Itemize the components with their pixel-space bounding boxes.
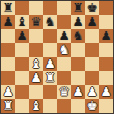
square-e6[interactable]: ♟ bbox=[57, 29, 71, 43]
black-queen[interactable]: ♛ bbox=[30, 15, 41, 29]
square-f1[interactable] bbox=[71, 99, 85, 113]
white-pawn[interactable]: ♟ bbox=[100, 85, 111, 99]
square-b3[interactable] bbox=[15, 71, 29, 85]
square-f3[interactable] bbox=[71, 71, 85, 85]
square-g8[interactable]: ♚ bbox=[85, 1, 99, 15]
square-d8[interactable] bbox=[43, 1, 57, 15]
square-c4[interactable]: ♝ bbox=[29, 57, 43, 71]
square-b5[interactable] bbox=[15, 43, 29, 57]
white-bishop[interactable]: ♝ bbox=[30, 57, 41, 71]
square-g3[interactable] bbox=[85, 71, 99, 85]
square-b6[interactable]: ♟ bbox=[15, 29, 29, 43]
square-h2[interactable]: ♟ bbox=[99, 85, 113, 99]
square-h4[interactable] bbox=[99, 57, 113, 71]
square-c2[interactable] bbox=[29, 85, 43, 99]
white-rook[interactable]: ♜ bbox=[2, 99, 13, 113]
square-h8[interactable] bbox=[99, 1, 113, 15]
black-rook[interactable]: ♜ bbox=[2, 1, 13, 15]
square-d4[interactable]: ♟ bbox=[43, 57, 57, 71]
square-h6[interactable]: ♟ bbox=[99, 29, 113, 43]
square-a1[interactable]: ♜ bbox=[1, 99, 15, 113]
square-d6[interactable] bbox=[43, 29, 57, 43]
square-f7[interactable]: ♟ bbox=[71, 15, 85, 29]
square-f6[interactable]: ♞ bbox=[71, 29, 85, 43]
white-rook[interactable]: ♜ bbox=[44, 71, 55, 85]
square-a8[interactable]: ♜ bbox=[1, 1, 15, 15]
square-g4[interactable] bbox=[85, 57, 99, 71]
black-bishop[interactable]: ♝ bbox=[16, 15, 27, 29]
square-g5[interactable] bbox=[85, 43, 99, 57]
black-pawn[interactable]: ♟ bbox=[2, 15, 13, 29]
square-e3[interactable] bbox=[57, 71, 71, 85]
square-b7[interactable]: ♝ bbox=[15, 15, 29, 29]
square-g1[interactable]: ♚ bbox=[85, 99, 99, 113]
square-h5[interactable] bbox=[99, 43, 113, 57]
white-pawn[interactable]: ♟ bbox=[44, 57, 55, 71]
white-pawn[interactable]: ♟ bbox=[2, 85, 13, 99]
square-d5[interactable] bbox=[43, 43, 57, 57]
square-c6[interactable] bbox=[29, 29, 43, 43]
square-h7[interactable] bbox=[99, 15, 113, 29]
chess-board: ♜♜♚♟♝♛♞♟♟♟♟♞♟♞♝♟♟♜♟♛♟♟♟♜♝♚ bbox=[0, 0, 114, 114]
white-queen[interactable]: ♛ bbox=[58, 85, 69, 99]
black-pawn[interactable]: ♟ bbox=[16, 29, 27, 43]
square-f8[interactable]: ♜ bbox=[71, 1, 85, 15]
square-c5[interactable] bbox=[29, 43, 43, 57]
black-pawn[interactable]: ♟ bbox=[72, 15, 83, 29]
square-d7[interactable]: ♞ bbox=[43, 15, 57, 29]
square-c3[interactable]: ♟ bbox=[29, 71, 43, 85]
black-pawn[interactable]: ♟ bbox=[100, 29, 111, 43]
square-g6[interactable] bbox=[85, 29, 99, 43]
white-bishop[interactable]: ♝ bbox=[30, 99, 41, 113]
square-b1[interactable] bbox=[15, 99, 29, 113]
white-pawn[interactable]: ♟ bbox=[72, 85, 83, 99]
square-d1[interactable] bbox=[43, 99, 57, 113]
square-h1[interactable] bbox=[99, 99, 113, 113]
white-pawn[interactable]: ♟ bbox=[86, 85, 97, 99]
square-e2[interactable]: ♛ bbox=[57, 85, 71, 99]
square-a6[interactable] bbox=[1, 29, 15, 43]
white-king[interactable]: ♚ bbox=[86, 99, 97, 113]
square-b4[interactable] bbox=[15, 57, 29, 71]
square-c1[interactable]: ♝ bbox=[29, 99, 43, 113]
square-g2[interactable]: ♟ bbox=[85, 85, 99, 99]
square-a4[interactable] bbox=[1, 57, 15, 71]
black-king[interactable]: ♚ bbox=[86, 1, 97, 15]
square-f4[interactable] bbox=[71, 57, 85, 71]
square-e5[interactable]: ♞ bbox=[57, 43, 71, 57]
black-knight[interactable]: ♞ bbox=[44, 15, 55, 29]
square-e7[interactable] bbox=[57, 15, 71, 29]
square-e1[interactable] bbox=[57, 99, 71, 113]
square-d2[interactable] bbox=[43, 85, 57, 99]
black-pawn[interactable]: ♟ bbox=[58, 29, 69, 43]
black-rook[interactable]: ♜ bbox=[72, 1, 83, 15]
white-pawn[interactable]: ♟ bbox=[30, 71, 41, 85]
square-a5[interactable] bbox=[1, 43, 15, 57]
square-e4[interactable] bbox=[57, 57, 71, 71]
square-f5[interactable] bbox=[71, 43, 85, 57]
square-h3[interactable] bbox=[99, 71, 113, 85]
square-b2[interactable] bbox=[15, 85, 29, 99]
square-a2[interactable]: ♟ bbox=[1, 85, 15, 99]
square-b8[interactable] bbox=[15, 1, 29, 15]
square-a3[interactable] bbox=[1, 71, 15, 85]
black-knight[interactable]: ♞ bbox=[72, 29, 83, 43]
square-e8[interactable] bbox=[57, 1, 71, 15]
square-g7[interactable]: ♟ bbox=[85, 15, 99, 29]
square-c7[interactable]: ♛ bbox=[29, 15, 43, 29]
black-pawn[interactable]: ♟ bbox=[86, 15, 97, 29]
square-f2[interactable]: ♟ bbox=[71, 85, 85, 99]
square-d3[interactable]: ♜ bbox=[43, 71, 57, 85]
square-a7[interactable]: ♟ bbox=[1, 15, 15, 29]
white-knight[interactable]: ♞ bbox=[58, 43, 69, 57]
square-c8[interactable] bbox=[29, 1, 43, 15]
